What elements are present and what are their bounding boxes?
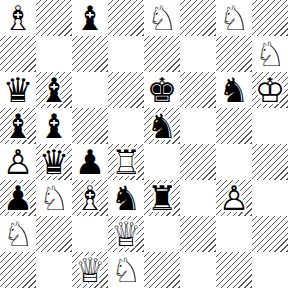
white-bishop-icon[interactable]: ♗: [0, 0, 36, 36]
square-a5[interactable]: ♝♝: [0, 108, 36, 144]
square-d2[interactable]: ♛♕: [108, 216, 144, 252]
square-g3[interactable]: ♟♙: [216, 180, 252, 216]
square-a4[interactable]: ♟♙: [0, 144, 36, 180]
square-d3[interactable]: ♞♞: [108, 180, 144, 216]
square-d4[interactable]: ♜♖: [108, 144, 144, 180]
square-e5[interactable]: ♞♞: [144, 108, 180, 144]
square-c5[interactable]: [72, 108, 108, 144]
square-f1[interactable]: [180, 252, 216, 288]
square-a6[interactable]: ♛♛: [0, 72, 36, 108]
square-h8[interactable]: [252, 0, 288, 36]
black-bishop-icon[interactable]: ♝: [36, 72, 72, 108]
square-g2[interactable]: [216, 216, 252, 252]
white-knight-icon[interactable]: ♘: [252, 36, 288, 72]
black-queen-icon[interactable]: ♛: [0, 72, 36, 108]
black-bishop-icon[interactable]: ♝: [72, 0, 108, 36]
white-pawn-icon[interactable]: ♙: [216, 180, 252, 216]
square-b6[interactable]: ♝♝: [36, 72, 72, 108]
square-h3[interactable]: [252, 180, 288, 216]
white-knight-icon[interactable]: ♘: [108, 252, 144, 288]
square-d8[interactable]: [108, 0, 144, 36]
square-b5[interactable]: ♝♝: [36, 108, 72, 144]
white-queen-icon[interactable]: ♕: [72, 252, 108, 288]
square-e3[interactable]: ♜♜: [144, 180, 180, 216]
square-c7[interactable]: [72, 36, 108, 72]
square-d1[interactable]: ♞♘: [108, 252, 144, 288]
white-queen-icon[interactable]: ♕: [108, 216, 144, 252]
square-b1[interactable]: [36, 252, 72, 288]
square-a1[interactable]: [0, 252, 36, 288]
square-c6[interactable]: [72, 72, 108, 108]
black-queen-icon[interactable]: ♛: [36, 144, 72, 180]
black-knight-icon[interactable]: ♞: [216, 72, 252, 108]
square-f7[interactable]: [180, 36, 216, 72]
square-b4[interactable]: ♛♛: [36, 144, 72, 180]
square-g4[interactable]: [216, 144, 252, 180]
square-h1[interactable]: [252, 252, 288, 288]
square-g5[interactable]: [216, 108, 252, 144]
square-h6[interactable]: ♚♔: [252, 72, 288, 108]
square-h2[interactable]: [252, 216, 288, 252]
square-d6[interactable]: [108, 72, 144, 108]
square-e6[interactable]: ♚♚: [144, 72, 180, 108]
black-pawn-icon[interactable]: ♟: [0, 180, 36, 216]
square-d5[interactable]: [108, 108, 144, 144]
square-b8[interactable]: [36, 0, 72, 36]
square-c4[interactable]: ♟♟: [72, 144, 108, 180]
black-king-icon[interactable]: ♚: [144, 72, 180, 108]
square-g6[interactable]: ♞♞: [216, 72, 252, 108]
square-e7[interactable]: [144, 36, 180, 72]
square-a2[interactable]: ♞♘: [0, 216, 36, 252]
square-f6[interactable]: [180, 72, 216, 108]
white-knight-icon[interactable]: ♘: [216, 0, 252, 36]
square-c8[interactable]: ♝♝: [72, 0, 108, 36]
black-bishop-icon[interactable]: ♝: [36, 108, 72, 144]
square-b3[interactable]: ♞♘: [36, 180, 72, 216]
square-c2[interactable]: [72, 216, 108, 252]
square-e1[interactable]: [144, 252, 180, 288]
white-knight-icon[interactable]: ♘: [144, 0, 180, 36]
square-g7[interactable]: [216, 36, 252, 72]
square-f5[interactable]: [180, 108, 216, 144]
black-pawn-icon[interactable]: ♟: [72, 144, 108, 180]
square-g1[interactable]: [216, 252, 252, 288]
square-f3[interactable]: [180, 180, 216, 216]
square-d7[interactable]: [108, 36, 144, 72]
square-b7[interactable]: [36, 36, 72, 72]
black-knight-icon[interactable]: ♞: [108, 180, 144, 216]
square-a3[interactable]: ♟♟: [0, 180, 36, 216]
square-e4[interactable]: [144, 144, 180, 180]
square-c1[interactable]: ♛♕: [72, 252, 108, 288]
square-f4[interactable]: [180, 144, 216, 180]
square-h4[interactable]: [252, 144, 288, 180]
white-king-icon[interactable]: ♔: [252, 72, 288, 108]
white-knight-icon[interactable]: ♘: [36, 180, 72, 216]
square-f2[interactable]: [180, 216, 216, 252]
black-rook-icon[interactable]: ♜: [144, 180, 180, 216]
black-bishop-icon[interactable]: ♝: [0, 108, 36, 144]
white-rook-icon[interactable]: ♖: [108, 144, 144, 180]
chess-board: ♝♗♝♝♞♘♞♘♞♘♛♛♝♝♚♚♞♞♚♔♝♝♝♝♞♞♟♙♛♛♟♟♜♖♟♟♞♘♝♗…: [0, 0, 288, 288]
white-bishop-icon[interactable]: ♗: [72, 180, 108, 216]
square-h7[interactable]: ♞♘: [252, 36, 288, 72]
square-a7[interactable]: [0, 36, 36, 72]
square-f8[interactable]: [180, 0, 216, 36]
white-pawn-icon[interactable]: ♙: [0, 144, 36, 180]
square-e2[interactable]: [144, 216, 180, 252]
square-c3[interactable]: ♝♗: [72, 180, 108, 216]
square-b2[interactable]: [36, 216, 72, 252]
square-e8[interactable]: ♞♘: [144, 0, 180, 36]
white-knight-icon[interactable]: ♘: [0, 216, 36, 252]
square-g8[interactable]: ♞♘: [216, 0, 252, 36]
square-h5[interactable]: [252, 108, 288, 144]
square-a8[interactable]: ♝♗: [0, 0, 36, 36]
black-knight-icon[interactable]: ♞: [144, 108, 180, 144]
